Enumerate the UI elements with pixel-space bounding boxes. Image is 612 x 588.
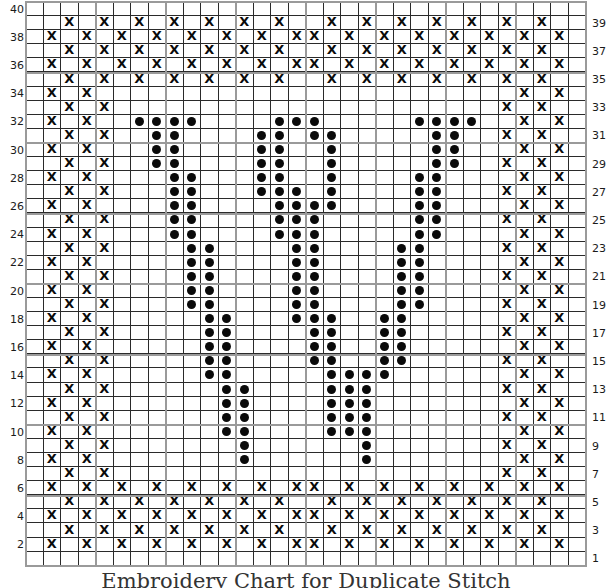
dot-stitch-cell (166, 143, 184, 157)
empty-cell (149, 368, 167, 382)
empty-cell (341, 101, 359, 115)
empty-cell (236, 340, 254, 354)
empty-cell (114, 143, 132, 157)
cross-stitch-cell: X (306, 30, 324, 44)
empty-cell (271, 312, 289, 326)
cross-stitch-cell: X (499, 242, 517, 256)
dot-symbol (327, 399, 336, 408)
empty-cell (131, 171, 149, 185)
dot-stitch-cell (306, 354, 324, 368)
empty-cell (149, 439, 167, 453)
empty-cell (184, 2, 202, 16)
dot-symbol (327, 356, 336, 365)
empty-cell (516, 101, 534, 115)
cross-stitch-cell: X (481, 30, 499, 44)
cross-symbol: X (47, 144, 57, 155)
empty-cell (376, 411, 394, 425)
empty-cell (376, 242, 394, 256)
cross-stitch-cell: X (516, 284, 534, 298)
cross-symbol: X (64, 186, 74, 197)
cross-symbol: X (502, 383, 512, 394)
empty-cell (341, 157, 359, 171)
empty-cell (254, 495, 272, 509)
cross-symbol: X (519, 87, 529, 98)
empty-cell (481, 44, 499, 58)
cross-stitch-cell: X (44, 143, 62, 157)
cross-stitch-cell: X (359, 523, 377, 537)
empty-cell (114, 16, 132, 30)
cross-symbol: X (537, 440, 547, 451)
empty-cell (131, 439, 149, 453)
empty-cell (394, 368, 412, 382)
empty-cell (131, 552, 149, 566)
empty-cell (341, 495, 359, 509)
cross-stitch-cell: X (61, 383, 79, 397)
cross-symbol: X (344, 510, 354, 521)
cross-stitch-cell: X (96, 298, 114, 312)
dot-symbol (432, 230, 441, 239)
empty-cell (534, 538, 552, 552)
cross-symbol: X (537, 383, 547, 394)
empty-cell (236, 284, 254, 298)
empty-cell (394, 411, 412, 425)
cross-symbol: X (117, 510, 127, 521)
dot-stitch-cell (324, 411, 342, 425)
cross-stitch-cell: X (464, 16, 482, 30)
empty-cell (499, 256, 517, 270)
empty-cell (394, 143, 412, 157)
dot-stitch-cell (394, 326, 412, 340)
empty-cell (429, 481, 447, 495)
empty-cell (569, 538, 587, 552)
cross-symbol: X (47, 369, 57, 380)
dot-symbol (327, 145, 336, 154)
dot-symbol (397, 314, 406, 323)
empty-cell (464, 411, 482, 425)
empty-cell (114, 312, 132, 326)
dot-stitch-cell (429, 143, 447, 157)
empty-cell (306, 101, 324, 115)
cross-stitch-cell: X (499, 411, 517, 425)
dot-stitch-cell (306, 199, 324, 213)
empty-cell (359, 538, 377, 552)
empty-cell (324, 538, 342, 552)
empty-cell (551, 242, 569, 256)
empty-cell (254, 439, 272, 453)
dot-stitch-cell (219, 354, 237, 368)
cross-stitch-cell: X (79, 115, 97, 129)
cross-stitch-cell: X (534, 439, 552, 453)
empty-cell (306, 467, 324, 481)
cross-symbol: X (519, 116, 529, 127)
empty-cell (411, 87, 429, 101)
empty-cell (569, 340, 587, 354)
empty-cell (26, 354, 44, 368)
cross-symbol: X (309, 482, 319, 493)
empty-cell (149, 340, 167, 354)
empty-cell (394, 2, 412, 16)
empty-cell (219, 16, 237, 30)
dot-symbol (327, 370, 336, 379)
empty-cell (201, 439, 219, 453)
cross-stitch-cell: X (499, 44, 517, 58)
empty-cell (254, 270, 272, 284)
cross-symbol: X (467, 45, 477, 56)
cross-symbol: X (554, 172, 564, 183)
cross-stitch-cell: X (44, 199, 62, 213)
empty-cell (499, 425, 517, 439)
cross-symbol: X (519, 257, 529, 268)
empty-cell (551, 467, 569, 481)
empty-cell (481, 411, 499, 425)
cross-stitch-cell: X (551, 199, 569, 213)
empty-cell (446, 199, 464, 213)
cross-symbol: X (484, 510, 494, 521)
empty-cell (534, 481, 552, 495)
empty-cell (236, 213, 254, 227)
cross-symbol: X (99, 327, 109, 338)
empty-cell (114, 284, 132, 298)
cross-symbol: X (187, 59, 197, 70)
empty-cell (359, 242, 377, 256)
empty-cell (306, 552, 324, 566)
empty-cell (411, 523, 429, 537)
empty-cell (254, 523, 272, 537)
empty-cell (324, 270, 342, 284)
cross-stitch-cell: X (96, 270, 114, 284)
empty-cell (289, 368, 307, 382)
dot-symbol (432, 145, 441, 154)
empty-cell (131, 312, 149, 326)
empty-cell (481, 270, 499, 284)
empty-cell (551, 326, 569, 340)
empty-cell (44, 16, 62, 30)
cross-symbol: X (222, 59, 232, 70)
cross-symbol: X (99, 524, 109, 535)
cross-stitch-cell: X (551, 115, 569, 129)
cross-stitch-cell: X (499, 185, 517, 199)
cross-stitch-cell: X (551, 368, 569, 382)
dot-stitch-cell (446, 143, 464, 157)
dot-stitch-cell (411, 199, 429, 213)
dot-stitch-cell (376, 340, 394, 354)
empty-cell (114, 326, 132, 340)
cross-symbol: X (379, 59, 389, 70)
empty-cell (481, 523, 499, 537)
dot-stitch-cell (306, 228, 324, 242)
cross-stitch-cell: X (61, 101, 79, 115)
empty-cell (464, 538, 482, 552)
empty-cell (96, 30, 114, 44)
empty-cell (429, 368, 447, 382)
empty-cell (569, 509, 587, 523)
dot-stitch-cell (166, 157, 184, 171)
dot-stitch-cell (131, 115, 149, 129)
dot-symbol (170, 215, 179, 224)
dot-stitch-cell (324, 425, 342, 439)
empty-cell (236, 199, 254, 213)
cross-stitch-cell: X (201, 72, 219, 86)
empty-cell (166, 284, 184, 298)
row-label-left: 24 (0, 228, 24, 242)
dot-stitch-cell (394, 256, 412, 270)
empty-cell (201, 383, 219, 397)
cross-stitch-cell: X (254, 509, 272, 523)
empty-cell (254, 228, 272, 242)
dot-stitch-cell (184, 171, 202, 185)
empty-cell (114, 453, 132, 467)
dot-stitch-cell (219, 411, 237, 425)
empty-cell (394, 185, 412, 199)
dot-symbol (380, 328, 389, 337)
empty-cell (219, 143, 237, 157)
dot-symbol (450, 131, 459, 140)
empty-cell (219, 439, 237, 453)
empty-cell (236, 509, 254, 523)
cross-stitch-cell: X (411, 30, 429, 44)
empty-cell (271, 425, 289, 439)
empty-cell (44, 157, 62, 171)
empty-cell (166, 509, 184, 523)
dot-stitch-cell (201, 312, 219, 326)
empty-cell (61, 481, 79, 495)
empty-cell (306, 383, 324, 397)
empty-cell (149, 199, 167, 213)
cross-stitch-cell: X (44, 425, 62, 439)
empty-cell (254, 340, 272, 354)
empty-cell (341, 552, 359, 566)
empty-cell (569, 284, 587, 298)
bold-horizontal-line (25, 72, 587, 74)
empty-cell (271, 298, 289, 312)
cross-symbol: X (152, 482, 162, 493)
dot-stitch-cell (429, 129, 447, 143)
dot-stitch-cell (219, 368, 237, 382)
cross-symbol: X (134, 45, 144, 56)
dot-symbol (187, 173, 196, 182)
dot-stitch-cell (201, 326, 219, 340)
empty-cell (219, 256, 237, 270)
empty-cell (359, 101, 377, 115)
empty-cell (166, 368, 184, 382)
cross-symbol: X (327, 73, 337, 84)
dot-stitch-cell (306, 340, 324, 354)
empty-cell (184, 523, 202, 537)
empty-cell (236, 115, 254, 129)
cross-symbol: X (82, 454, 92, 465)
cross-stitch-cell: X (61, 16, 79, 30)
cross-stitch-cell: X (184, 538, 202, 552)
empty-cell (481, 368, 499, 382)
empty-cell (26, 44, 44, 58)
empty-cell (376, 298, 394, 312)
empty-cell (429, 101, 447, 115)
cross-stitch-cell: X (481, 538, 499, 552)
empty-cell (236, 467, 254, 481)
dot-stitch-cell (289, 284, 307, 298)
cross-symbol: X (502, 158, 512, 169)
cross-stitch-cell: X (306, 509, 324, 523)
dot-stitch-cell (394, 284, 412, 298)
row-label-left: 22 (0, 256, 24, 270)
empty-cell (464, 481, 482, 495)
empty-cell (429, 270, 447, 284)
cross-symbol: X (257, 510, 267, 521)
dot-symbol (450, 117, 459, 126)
empty-cell (551, 552, 569, 566)
cross-symbol: X (502, 412, 512, 423)
cross-stitch-cell: X (114, 30, 132, 44)
empty-cell (96, 171, 114, 185)
dot-stitch-cell (411, 256, 429, 270)
empty-cell (429, 284, 447, 298)
empty-cell (446, 87, 464, 101)
empty-cell (481, 87, 499, 101)
dot-symbol (380, 370, 389, 379)
empty-cell (359, 312, 377, 326)
cross-stitch-cell: X (96, 129, 114, 143)
cross-symbol: X (99, 130, 109, 141)
cross-symbol: X (554, 538, 564, 549)
empty-cell (166, 256, 184, 270)
cross-stitch-cell: X (149, 30, 167, 44)
dot-stitch-cell (359, 397, 377, 411)
cross-symbol: X (47, 59, 57, 70)
empty-cell (411, 72, 429, 86)
empty-cell (26, 143, 44, 157)
empty-cell (341, 242, 359, 256)
empty-cell (219, 523, 237, 537)
empty-cell (44, 298, 62, 312)
cross-stitch-cell: X (551, 30, 569, 44)
empty-cell (569, 256, 587, 270)
dot-symbol (310, 356, 319, 365)
cross-symbol: X (414, 482, 424, 493)
cross-symbol: X (537, 186, 547, 197)
empty-cell (324, 284, 342, 298)
empty-cell (446, 312, 464, 326)
cross-symbol: X (554, 285, 564, 296)
empty-cell (236, 368, 254, 382)
cross-symbol: X (292, 59, 302, 70)
empty-cell (534, 256, 552, 270)
dot-stitch-cell (324, 143, 342, 157)
empty-cell (324, 30, 342, 44)
cross-stitch-cell: X (516, 453, 534, 467)
empty-cell (149, 213, 167, 227)
empty-cell (254, 199, 272, 213)
empty-cell (411, 143, 429, 157)
empty-cell (499, 509, 517, 523)
dot-symbol (292, 286, 301, 295)
empty-cell (184, 467, 202, 481)
dot-symbol (152, 159, 161, 168)
cross-symbol: X (82, 285, 92, 296)
empty-cell (131, 199, 149, 213)
empty-cell (236, 242, 254, 256)
cross-stitch-cell: X (376, 30, 394, 44)
cross-symbol: X (64, 158, 74, 169)
empty-cell (411, 439, 429, 453)
empty-cell (376, 228, 394, 242)
empty-cell (44, 439, 62, 453)
empty-cell (149, 16, 167, 30)
empty-cell (394, 538, 412, 552)
empty-cell (236, 2, 254, 16)
cross-stitch-cell: X (96, 213, 114, 227)
cross-symbol: X (47, 313, 57, 324)
dot-symbol (415, 230, 424, 239)
dot-symbol (222, 413, 231, 422)
row-label-right: 39 (590, 16, 612, 30)
cross-stitch-cell: X (149, 538, 167, 552)
cross-symbol: X (222, 538, 232, 549)
cross-symbol: X (239, 45, 249, 56)
dot-symbol (152, 131, 161, 140)
cross-stitch-cell: X (61, 523, 79, 537)
row-label-right: 19 (590, 298, 612, 312)
row-label-left: 18 (0, 312, 24, 326)
empty-cell (359, 185, 377, 199)
dot-stitch-cell (464, 115, 482, 129)
row-label-right: 23 (590, 242, 612, 256)
empty-cell (464, 242, 482, 256)
empty-cell (201, 101, 219, 115)
dot-symbol (415, 244, 424, 253)
dot-stitch-cell (359, 453, 377, 467)
cross-symbol: X (554, 257, 564, 268)
empty-cell (359, 58, 377, 72)
empty-cell (516, 467, 534, 481)
empty-cell (499, 58, 517, 72)
dot-symbol (205, 342, 214, 351)
cross-symbol: X (204, 45, 214, 56)
empty-cell (254, 72, 272, 86)
empty-cell (166, 397, 184, 411)
empty-cell (481, 312, 499, 326)
bold-horizontal-line (25, 354, 587, 356)
empty-cell (499, 368, 517, 382)
dot-symbol (397, 272, 406, 281)
dot-symbol (450, 159, 459, 168)
empty-cell (569, 453, 587, 467)
cross-symbol: X (82, 172, 92, 183)
empty-cell (534, 143, 552, 157)
dot-symbol (187, 187, 196, 196)
dot-symbol (187, 286, 196, 295)
empty-cell (569, 157, 587, 171)
dot-stitch-cell (446, 157, 464, 171)
dot-stitch-cell (184, 115, 202, 129)
empty-cell (236, 298, 254, 312)
dot-symbol (432, 215, 441, 224)
cross-symbol: X (537, 412, 547, 423)
row-label-right: 17 (590, 326, 612, 340)
cross-stitch-cell: X (499, 354, 517, 368)
cross-symbol: X (82, 426, 92, 437)
dot-symbol (275, 117, 284, 126)
empty-cell (359, 509, 377, 523)
empty-cell (481, 439, 499, 453)
empty-cell (569, 523, 587, 537)
empty-cell (236, 354, 254, 368)
dot-stitch-cell (289, 213, 307, 227)
empty-cell (149, 383, 167, 397)
row-label-left: 2 (0, 538, 24, 552)
row-label-left: 38 (0, 30, 24, 44)
dot-symbol (310, 314, 319, 323)
empty-cell (271, 368, 289, 382)
